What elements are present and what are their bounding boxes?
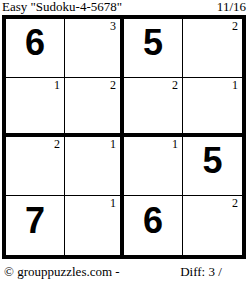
cell-r4c1: 7 [6, 196, 65, 255]
cell-r2c4: 1 [183, 78, 242, 137]
corner-mark: 1 [232, 79, 238, 92]
corner-mark: 2 [232, 20, 238, 33]
cell-r3c4: 5 [183, 137, 242, 196]
big-digit: 6 [143, 203, 163, 239]
big-digit: 6 [25, 25, 45, 61]
cell-r4c4: 2 [183, 196, 242, 255]
corner-mark: 3 [110, 20, 116, 33]
corner-mark: 1 [172, 138, 178, 151]
big-digit: 5 [143, 25, 163, 61]
corner-mark: 2 [172, 79, 178, 92]
cell-r4c2: 1 [65, 196, 124, 255]
cell-r2c2: 2 [65, 78, 124, 137]
corner-mark: 1 [110, 138, 116, 151]
cell-r3c2: 1 [65, 137, 124, 196]
big-digit: 7 [25, 203, 45, 239]
cell-r4c3: 6 [124, 196, 183, 255]
corner-mark: 1 [110, 197, 116, 210]
cell-r3c1: 2 [6, 137, 65, 196]
big-digit: 5 [202, 143, 222, 179]
cell-r1c1: 6 [6, 19, 65, 78]
sudoku-board: 6 3 5 2 1 2 2 1 2 1 1 5 7 1 6 2 [2, 15, 246, 259]
cell-r2c1: 1 [6, 78, 65, 137]
page-header: Easy "Sudoku-4-5678" 11/16 [0, 0, 248, 15]
page-indicator: 11/16 [217, 0, 246, 14]
corner-mark: 1 [54, 79, 60, 92]
corner-mark: 2 [232, 197, 238, 210]
cell-r1c2: 3 [65, 19, 124, 78]
page-footer: © grouppuzzles.com - 12/11/2020 Diff: 3 … [2, 265, 246, 282]
corner-mark: 2 [110, 79, 116, 92]
cell-r1c3: 5 [124, 19, 183, 78]
cell-r1c4: 2 [183, 19, 242, 78]
difficulty-text: Diff: 3 / 551 [180, 265, 244, 282]
corner-mark: 2 [54, 138, 60, 151]
copyright-text: © grouppuzzles.com - 12/11/2020 [4, 265, 180, 282]
cell-r3c3: 1 [124, 137, 183, 196]
puzzle-title: Easy "Sudoku-4-5678" [2, 0, 122, 14]
cell-r2c3: 2 [124, 78, 183, 137]
